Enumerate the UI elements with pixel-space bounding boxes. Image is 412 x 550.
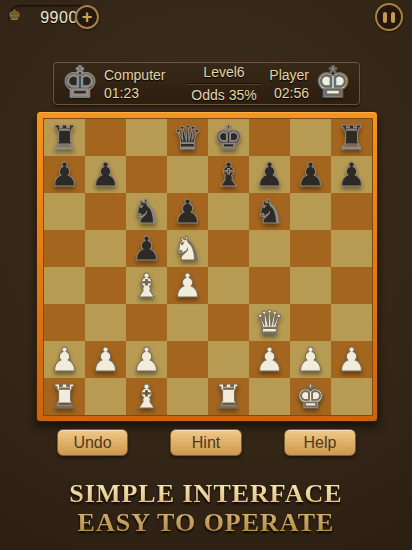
square-d8[interactable]: ♛: [167, 119, 208, 156]
pause-icon: [391, 12, 395, 23]
square-c8[interactable]: [126, 119, 167, 156]
white-pawn: ♟: [132, 343, 162, 376]
square-d1[interactable]: [167, 378, 208, 415]
square-a4[interactable]: [44, 267, 85, 304]
square-e3[interactable]: [208, 304, 249, 341]
square-e5[interactable]: [208, 230, 249, 267]
square-c3[interactable]: [126, 304, 167, 341]
square-c7[interactable]: [126, 156, 167, 193]
black-king-icon: ♚: [56, 59, 104, 107]
square-f6[interactable]: ♞: [249, 193, 290, 230]
black-pawn: ♟: [296, 158, 326, 191]
square-g2[interactable]: ♟: [290, 341, 331, 378]
square-b2[interactable]: ♟: [85, 341, 126, 378]
square-g7[interactable]: ♟: [290, 156, 331, 193]
square-d6[interactable]: ♟: [167, 193, 208, 230]
black-rook: ♜: [50, 121, 80, 154]
square-c6[interactable]: ♞: [126, 193, 167, 230]
white-knight: ♞: [173, 232, 203, 265]
square-e2[interactable]: [208, 341, 249, 378]
square-d4[interactable]: ♟: [167, 267, 208, 304]
white-pawn: ♟: [91, 343, 121, 376]
square-g4[interactable]: [290, 267, 331, 304]
white-king-icon: ♚: [309, 59, 357, 107]
white-pawn: ♟: [50, 343, 80, 376]
square-c4[interactable]: ♝: [126, 267, 167, 304]
white-pawn: ♟: [255, 343, 285, 376]
square-g5[interactable]: [290, 230, 331, 267]
white-rook: ♜: [214, 380, 244, 413]
square-h5[interactable]: [331, 230, 372, 267]
square-h8[interactable]: ♜: [331, 119, 372, 156]
white-queen: ♛: [255, 306, 285, 339]
black-pawn: ♟: [50, 158, 80, 191]
white-bishop: ♝: [132, 269, 162, 302]
coin-balance: 9900: [38, 9, 80, 27]
square-b5[interactable]: [85, 230, 126, 267]
chess-board-frame: ♜♛♚♜♟♟♝♟♟♟♞♟♞♟♞♝♟♛♟♟♟♟♟♟♜♝♜♚: [36, 111, 378, 422]
white-pawn: ♟: [337, 343, 367, 376]
help-button[interactable]: Help: [284, 429, 356, 456]
square-c1[interactable]: ♝: [126, 378, 167, 415]
game-info-bar: ♚ Computer 01:23 Level6 Odds 35% Player …: [53, 62, 360, 105]
square-g8[interactable]: [290, 119, 331, 156]
square-f7[interactable]: ♟: [249, 156, 290, 193]
square-a6[interactable]: [44, 193, 85, 230]
square-a7[interactable]: ♟: [44, 156, 85, 193]
square-e4[interactable]: [208, 267, 249, 304]
square-a5[interactable]: [44, 230, 85, 267]
black-bishop: ♝: [214, 158, 244, 191]
slogan-line1: SIMPLE INTERFACE: [0, 479, 412, 508]
white-pawn: ♟: [173, 269, 203, 302]
chess-board: ♜♛♚♜♟♟♝♟♟♟♞♟♞♟♞♝♟♛♟♟♟♟♟♟♜♝♜♚: [43, 118, 373, 416]
square-f8[interactable]: [249, 119, 290, 156]
square-f3[interactable]: ♛: [249, 304, 290, 341]
square-h7[interactable]: ♟: [331, 156, 372, 193]
square-b4[interactable]: [85, 267, 126, 304]
square-b8[interactable]: [85, 119, 126, 156]
square-b3[interactable]: [85, 304, 126, 341]
square-a8[interactable]: ♜: [44, 119, 85, 156]
square-f2[interactable]: ♟: [249, 341, 290, 378]
square-d7[interactable]: [167, 156, 208, 193]
square-d2[interactable]: [167, 341, 208, 378]
square-e8[interactable]: ♚: [208, 119, 249, 156]
black-queen: ♛: [173, 121, 203, 154]
square-h6[interactable]: [331, 193, 372, 230]
square-a3[interactable]: [44, 304, 85, 341]
black-pawn: ♟: [337, 158, 367, 191]
white-pawn: ♟: [296, 343, 326, 376]
square-e1[interactable]: ♜: [208, 378, 249, 415]
black-king: ♚: [214, 121, 244, 154]
square-f1[interactable]: [249, 378, 290, 415]
square-d3[interactable]: [167, 304, 208, 341]
white-king: ♚: [296, 380, 326, 413]
square-b6[interactable]: [85, 193, 126, 230]
computer-clock: 01:23: [104, 85, 184, 101]
square-g3[interactable]: [290, 304, 331, 341]
chess-app-screen: ♚ 9900 + ♚ Computer 01:23 Level6 Odds 35…: [0, 0, 412, 550]
square-b7[interactable]: ♟: [85, 156, 126, 193]
square-c5[interactable]: ♟: [126, 230, 167, 267]
square-a1[interactable]: ♜: [44, 378, 85, 415]
black-pawn: ♟: [173, 195, 203, 228]
square-f5[interactable]: [249, 230, 290, 267]
black-pawn: ♟: [91, 158, 121, 191]
add-coins-button[interactable]: +: [75, 5, 99, 29]
square-c2[interactable]: ♟: [126, 341, 167, 378]
black-rook: ♜: [337, 121, 367, 154]
coin-balance-pill: ♚ 9900 +: [8, 5, 100, 31]
square-b1[interactable]: [85, 378, 126, 415]
computer-label: Computer: [104, 67, 184, 83]
square-f4[interactable]: [249, 267, 290, 304]
white-rook: ♜: [50, 380, 80, 413]
player-label: Player: [269, 67, 309, 83]
square-h3[interactable]: [331, 304, 372, 341]
white-bishop: ♝: [132, 380, 162, 413]
slogan-text: SIMPLE INTERFACE EASY TO OPERATE: [0, 479, 412, 537]
pause-button[interactable]: [375, 3, 403, 31]
hint-button[interactable]: Hint: [170, 429, 242, 456]
square-h1[interactable]: [331, 378, 372, 415]
square-d5[interactable]: ♞: [167, 230, 208, 267]
black-pawn: ♟: [255, 158, 285, 191]
square-a2[interactable]: ♟: [44, 341, 85, 378]
square-e7[interactable]: ♝: [208, 156, 249, 193]
slogan-line2: EASY TO OPERATE: [0, 508, 412, 537]
square-g1[interactable]: ♚: [290, 378, 331, 415]
square-e6[interactable]: [208, 193, 249, 230]
pause-icon: [383, 12, 387, 23]
square-h2[interactable]: ♟: [331, 341, 372, 378]
square-g6[interactable]: [290, 193, 331, 230]
black-knight: ♞: [132, 195, 162, 228]
square-h4[interactable]: [331, 267, 372, 304]
undo-button[interactable]: Undo: [57, 429, 128, 456]
player-clock: 02:56: [274, 85, 309, 101]
black-pawn: ♟: [132, 232, 162, 265]
black-knight: ♞: [255, 195, 285, 228]
